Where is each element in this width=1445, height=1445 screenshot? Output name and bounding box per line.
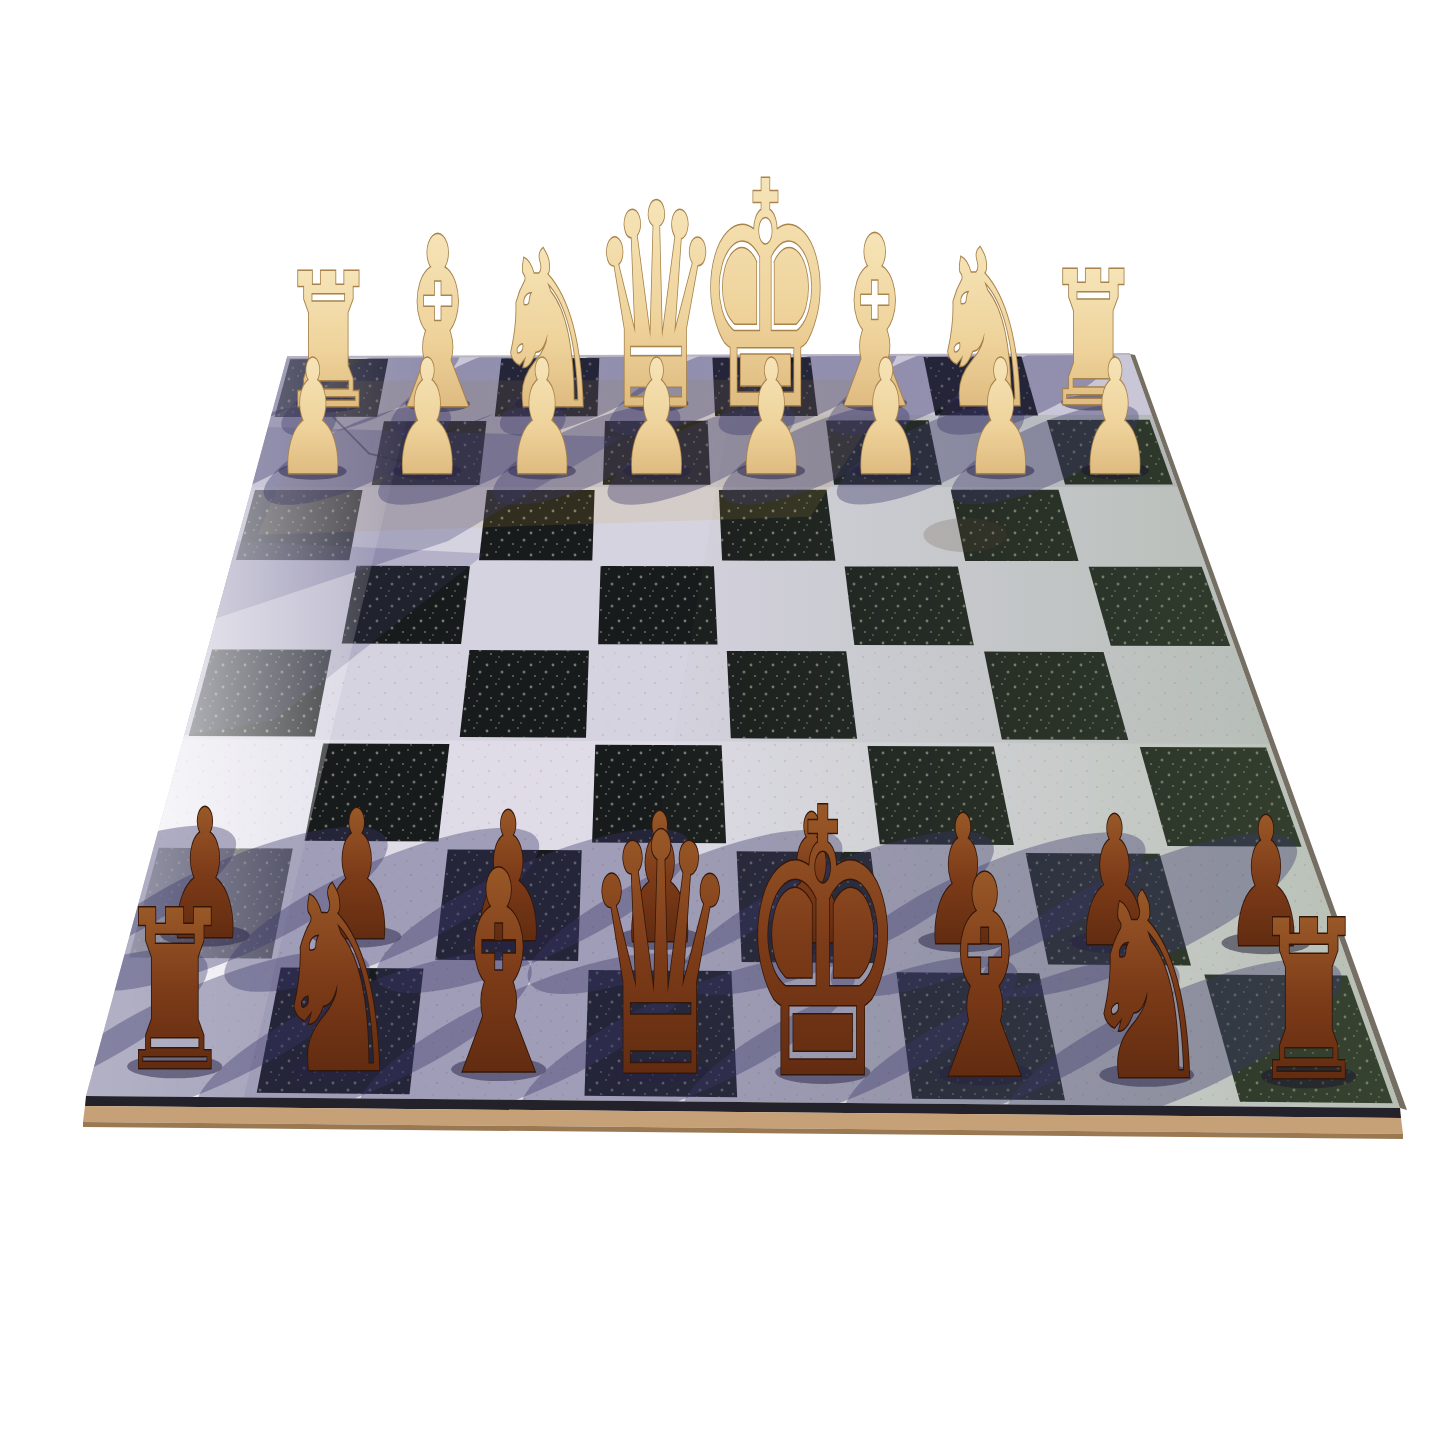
brown-king: ♚ — [740, 731, 905, 1161]
brown-rook: ♜ — [1251, 874, 1365, 1130]
white-pawn: ♟ — [964, 326, 1038, 510]
white-pawn: ♟ — [620, 326, 694, 510]
white-pawn: ♟ — [505, 326, 579, 510]
square-light-r3c2 — [465, 563, 596, 647]
chess-board: ♜♝♞♛♚♝♞♜♟♟♟♟♟♟♟♟♟♟♟♟♟♟♟♟♜♞♝♛♚♝♞♜ — [0, 0, 1445, 1445]
brown-rook: ♜ — [118, 864, 232, 1120]
white-pawn: ♟ — [390, 326, 464, 510]
white-pawn: ♟ — [849, 326, 923, 510]
brown-queen: ♛ — [583, 764, 738, 1152]
brown-knight: ♞ — [270, 832, 403, 1129]
white-pawn: ♟ — [276, 326, 350, 510]
white-pawn: ♟ — [734, 326, 808, 510]
white-pawn: ♟ — [1078, 326, 1152, 510]
chessboard-photo: chess ♜♝♞♛♚♝♞♜♟♟♟♟♟♟♟♟♟♟♟♟♟♟♟♟♜♞♝♛♚♝♞♜ — [0, 0, 1445, 1445]
smudge — [923, 518, 1007, 552]
brown-bishop: ♝ — [430, 812, 568, 1137]
brown-bishop: ♝ — [916, 817, 1054, 1142]
brown-knight: ♞ — [1080, 840, 1213, 1137]
